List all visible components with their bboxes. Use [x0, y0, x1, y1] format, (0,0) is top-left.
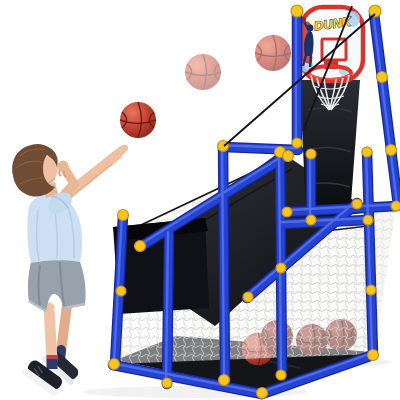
child-far-leg: [61, 305, 67, 352]
flight-balls: [120, 35, 291, 138]
product-photo: DUNK: [0, 0, 400, 400]
basketball-arcade-scene: DUNK: [0, 0, 400, 400]
flight-ball: [120, 102, 156, 138]
child-near-leg: [49, 308, 52, 360]
flight-ball-faded: [185, 54, 221, 90]
flight-ball-faded: [255, 35, 291, 71]
child-shorts: [28, 258, 86, 312]
